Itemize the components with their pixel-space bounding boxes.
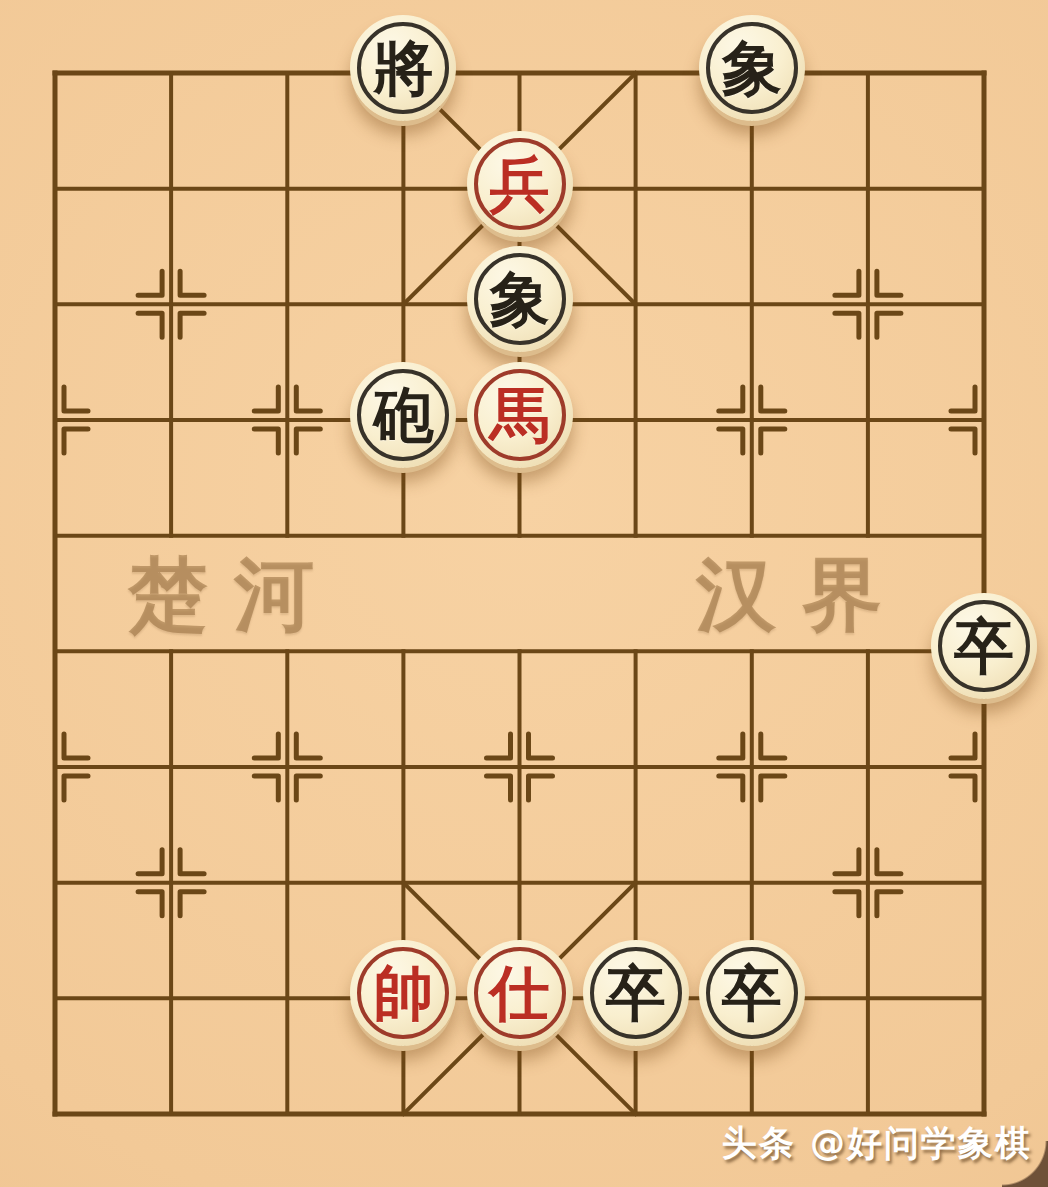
piece-red-advisor[interactable]: 仕	[467, 940, 573, 1046]
piece-glyph: 仕	[490, 963, 550, 1023]
piece-glyph: 帥	[373, 963, 433, 1023]
piece-glyph: 象	[490, 269, 550, 329]
piece-black-general[interactable]: 將	[350, 15, 456, 121]
piece-glyph: 卒	[606, 963, 666, 1023]
piece-glyph: 馬	[490, 385, 550, 445]
piece-glyph: 象	[722, 38, 782, 98]
xiangqi-board[interactable]: 將象兵象砲馬卒帥仕卒卒	[0, 15, 1042, 1172]
piece-glyph: 卒	[954, 616, 1014, 676]
piece-glyph: 將	[373, 38, 433, 98]
piece-black-elephant[interactable]: 象	[699, 15, 805, 121]
piece-red-soldier[interactable]: 兵	[467, 131, 573, 237]
piece-black-soldier[interactable]: 卒	[583, 940, 689, 1046]
piece-glyph: 兵	[490, 154, 550, 214]
watermark: 头条 @好问学象棋	[722, 1120, 1032, 1167]
piece-black-cannon[interactable]: 砲	[350, 362, 456, 468]
piece-glyph: 砲	[373, 385, 433, 445]
background: 楚河 汉界 將象兵象砲馬卒帥仕卒卒 头条 @好问学象棋	[0, 0, 1048, 1187]
piece-red-horse[interactable]: 馬	[467, 362, 573, 468]
piece-black-soldier[interactable]: 卒	[699, 940, 805, 1046]
piece-black-elephant[interactable]: 象	[467, 246, 573, 352]
piece-black-soldier[interactable]: 卒	[931, 593, 1037, 699]
piece-red-general[interactable]: 帥	[350, 940, 456, 1046]
piece-glyph: 卒	[722, 963, 782, 1023]
